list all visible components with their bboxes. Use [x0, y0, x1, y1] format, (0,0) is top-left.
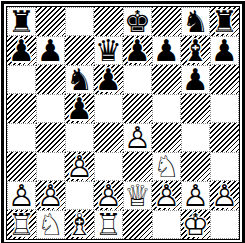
- piece-black-pawn-icon: ♟♟: [7, 36, 36, 65]
- piece-black-pawn-icon: ♟♟: [65, 94, 94, 123]
- square-d2[interactable]: ♟♙: [94, 181, 123, 210]
- piece-white-pawn-icon: ♟♙: [94, 181, 123, 210]
- square-a1[interactable]: ♜♖: [7, 210, 36, 239]
- piece-white-king-icon: ♚♔: [181, 210, 210, 239]
- square-g4[interactable]: [181, 123, 210, 152]
- piece-glyph-layer: ♖: [7, 210, 36, 239]
- square-f8[interactable]: [152, 7, 181, 36]
- piece-glyph-layer: ♔: [181, 210, 210, 239]
- piece-white-rook-icon: ♜♖: [94, 210, 123, 239]
- square-b1[interactable]: ♞♘: [36, 210, 65, 239]
- square-a7[interactable]: ♟♟: [7, 36, 36, 65]
- square-h5[interactable]: [210, 94, 239, 123]
- piece-black-knight-icon: ♞♞: [181, 7, 210, 36]
- square-d5[interactable]: [94, 94, 123, 123]
- piece-white-knight-icon: ♞♘: [36, 210, 65, 239]
- square-e6[interactable]: [123, 65, 152, 94]
- piece-glyph-layer: ♟: [65, 94, 94, 123]
- square-g8[interactable]: ♞♞: [181, 7, 210, 36]
- piece-glyph-layer: ♙: [94, 181, 123, 210]
- square-c6[interactable]: ♞♞: [65, 65, 94, 94]
- square-a4[interactable]: [7, 123, 36, 152]
- square-a2[interactable]: ♟♙: [7, 181, 36, 210]
- square-g6[interactable]: ♟♟: [181, 65, 210, 94]
- square-b3[interactable]: [36, 152, 65, 181]
- square-b4[interactable]: [36, 123, 65, 152]
- chess-board-frame: ♜♜♚♚♞♞♜♜♟♟♟♟♛♛♟♟♟♟♝♝♟♟♞♞♟♟♟♟♟♟♟♙♟♙♞♘♟♙♟♙…: [1, 1, 245, 243]
- square-b8[interactable]: [36, 7, 65, 36]
- square-f3[interactable]: ♞♘: [152, 152, 181, 181]
- square-c2[interactable]: [65, 181, 94, 210]
- piece-black-pawn-icon: ♟♟: [152, 36, 181, 65]
- piece-black-knight-icon: ♞♞: [65, 65, 94, 94]
- square-d6[interactable]: ♟♟: [94, 65, 123, 94]
- piece-glyph-layer: ♟: [7, 36, 36, 65]
- square-h1[interactable]: [210, 210, 239, 239]
- piece-glyph-layer: ♜: [7, 7, 36, 36]
- piece-white-queen-icon: ♛♕: [123, 181, 152, 210]
- square-g5[interactable]: [181, 94, 210, 123]
- square-c5[interactable]: ♟♟: [65, 94, 94, 123]
- square-g3[interactable]: [181, 152, 210, 181]
- square-d1[interactable]: ♜♖: [94, 210, 123, 239]
- square-h3[interactable]: [210, 152, 239, 181]
- piece-black-pawn-icon: ♟♟: [36, 36, 65, 65]
- piece-black-pawn-icon: ♟♟: [210, 36, 239, 65]
- piece-black-bishop-icon: ♝♝: [181, 36, 210, 65]
- square-e4[interactable]: ♟♙: [123, 123, 152, 152]
- square-g2[interactable]: ♟♙: [181, 181, 210, 210]
- square-e2[interactable]: ♛♕: [123, 181, 152, 210]
- piece-white-pawn-icon: ♟♙: [7, 181, 36, 210]
- square-b5[interactable]: [36, 94, 65, 123]
- piece-glyph-layer: ♙: [65, 152, 94, 181]
- piece-glyph-layer: ♟: [123, 36, 152, 65]
- square-a5[interactable]: [7, 94, 36, 123]
- piece-glyph-layer: ♚: [123, 7, 152, 36]
- piece-white-pawn-icon: ♟♙: [123, 123, 152, 152]
- square-g7[interactable]: ♝♝: [181, 36, 210, 65]
- piece-glyph-layer: ♙: [36, 181, 65, 210]
- square-h7[interactable]: ♟♟: [210, 36, 239, 65]
- piece-black-pawn-icon: ♟♟: [123, 36, 152, 65]
- piece-black-pawn-icon: ♟♟: [181, 65, 210, 94]
- piece-glyph-layer: ♘: [36, 210, 65, 239]
- piece-white-pawn-icon: ♟♙: [210, 181, 239, 210]
- square-c1[interactable]: ♝♗: [65, 210, 94, 239]
- square-h4[interactable]: [210, 123, 239, 152]
- piece-glyph-layer: ♙: [7, 181, 36, 210]
- piece-glyph-layer: ♞: [181, 7, 210, 36]
- piece-glyph-layer: ♙: [210, 181, 239, 210]
- square-b6[interactable]: [36, 65, 65, 94]
- piece-black-rook-icon: ♜♜: [7, 7, 36, 36]
- piece-glyph-layer: ♟: [210, 36, 239, 65]
- square-f4[interactable]: [152, 123, 181, 152]
- piece-black-queen-icon: ♛♛: [94, 36, 123, 65]
- piece-black-king-icon: ♚♚: [123, 7, 152, 36]
- square-h8[interactable]: ♜♜: [210, 7, 239, 36]
- square-e3[interactable]: [123, 152, 152, 181]
- square-d4[interactable]: [94, 123, 123, 152]
- square-f2[interactable]: ♟♙: [152, 181, 181, 210]
- piece-glyph-layer: ♞: [65, 65, 94, 94]
- piece-white-pawn-icon: ♟♙: [36, 181, 65, 210]
- square-f5[interactable]: [152, 94, 181, 123]
- square-e8[interactable]: ♚♚: [123, 7, 152, 36]
- square-f1[interactable]: [152, 210, 181, 239]
- square-g1[interactable]: ♚♔: [181, 210, 210, 239]
- piece-glyph-layer: ♟: [152, 36, 181, 65]
- square-a3[interactable]: [7, 152, 36, 181]
- square-b7[interactable]: ♟♟: [36, 36, 65, 65]
- square-c7[interactable]: [65, 36, 94, 65]
- chess-board: ♜♜♚♚♞♞♜♜♟♟♟♟♛♛♟♟♟♟♝♝♟♟♞♞♟♟♟♟♟♟♟♙♟♙♞♘♟♙♟♙…: [6, 6, 240, 240]
- piece-glyph-layer: ♟: [181, 65, 210, 94]
- piece-glyph-layer: ♙: [181, 181, 210, 210]
- square-a8[interactable]: ♜♜: [7, 7, 36, 36]
- piece-glyph-layer: ♟: [36, 36, 65, 65]
- square-c3[interactable]: ♟♙: [65, 152, 94, 181]
- piece-black-pawn-icon: ♟♟: [94, 65, 123, 94]
- square-d7[interactable]: ♛♛: [94, 36, 123, 65]
- piece-glyph-layer: ♙: [152, 181, 181, 210]
- square-b2[interactable]: ♟♙: [36, 181, 65, 210]
- square-e1[interactable]: [123, 210, 152, 239]
- piece-glyph-layer: ♖: [94, 210, 123, 239]
- square-f7[interactable]: ♟♟: [152, 36, 181, 65]
- piece-glyph-layer: ♜: [210, 7, 239, 36]
- square-e5[interactable]: [123, 94, 152, 123]
- piece-glyph-layer: ♛: [94, 36, 123, 65]
- piece-glyph-layer: ♝: [181, 36, 210, 65]
- piece-black-rook-icon: ♜♜: [210, 7, 239, 36]
- square-e7[interactable]: ♟♟: [123, 36, 152, 65]
- piece-glyph-layer: ♘: [152, 152, 181, 181]
- piece-glyph-layer: ♟: [94, 65, 123, 94]
- square-d8[interactable]: [94, 7, 123, 36]
- piece-white-pawn-icon: ♟♙: [65, 152, 94, 181]
- piece-white-pawn-icon: ♟♙: [181, 181, 210, 210]
- piece-glyph-layer: ♗: [65, 210, 94, 239]
- piece-white-pawn-icon: ♟♙: [152, 181, 181, 210]
- square-c4[interactable]: [65, 123, 94, 152]
- piece-white-bishop-icon: ♝♗: [65, 210, 94, 239]
- square-f6[interactable]: [152, 65, 181, 94]
- piece-glyph-layer: ♕: [123, 181, 152, 210]
- square-a6[interactable]: [7, 65, 36, 94]
- piece-white-knight-icon: ♞♘: [152, 152, 181, 181]
- piece-glyph-layer: ♙: [123, 123, 152, 152]
- square-h2[interactable]: ♟♙: [210, 181, 239, 210]
- piece-white-rook-icon: ♜♖: [7, 210, 36, 239]
- square-d3[interactable]: [94, 152, 123, 181]
- square-c8[interactable]: [65, 7, 94, 36]
- square-h6[interactable]: [210, 65, 239, 94]
